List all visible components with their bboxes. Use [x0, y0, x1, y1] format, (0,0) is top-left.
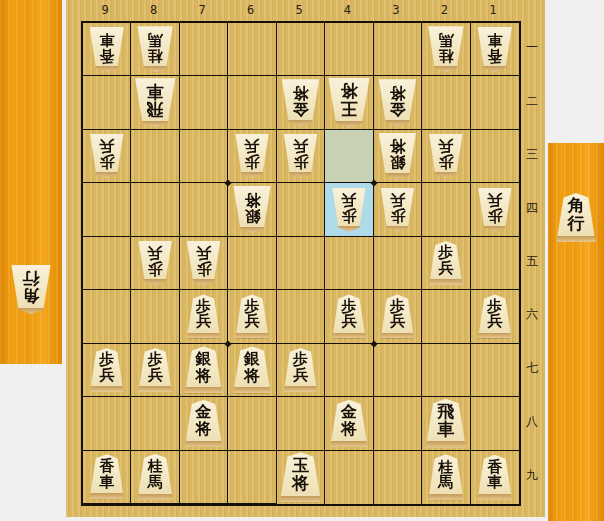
shogi-board: 987654321 香車桂馬桂馬香車飛車金将王将金将歩兵歩兵歩兵銀将歩兵銀将歩兵…	[66, 0, 545, 517]
square-19[interactable]: 香車	[471, 451, 519, 504]
square-81[interactable]: 桂馬	[131, 23, 179, 76]
white-gold-label: 金将	[292, 84, 309, 122]
white-pawn[interactable]: 歩兵	[187, 241, 221, 285]
white-gold-label: 金将	[389, 84, 406, 122]
square-65[interactable]	[228, 237, 276, 290]
square-56[interactable]	[277, 290, 325, 343]
square-95[interactable]	[83, 237, 131, 290]
file-labels: 987654321	[81, 0, 517, 20]
square-52[interactable]: 金将	[277, 76, 325, 129]
file-label-6: 6	[226, 0, 274, 20]
black-gold[interactable]: 金将	[330, 400, 368, 447]
square-68[interactable]	[228, 397, 276, 450]
black-pawn[interactable]: 歩兵	[478, 294, 512, 338]
square-36[interactable]: 歩兵	[374, 290, 422, 343]
black-pawn-label: 歩兵	[341, 299, 357, 334]
file-label-8: 8	[129, 0, 177, 20]
square-94[interactable]	[83, 183, 131, 236]
white-hand-bishop[interactable]: 角行	[11, 265, 51, 314]
rank-label-5: 五	[519, 235, 545, 288]
white-pawn-label: 歩兵	[99, 138, 115, 173]
square-16[interactable]: 歩兵	[471, 290, 519, 343]
white-king-label: 王将	[340, 82, 358, 122]
square-35[interactable]	[374, 237, 422, 290]
square-41[interactable]	[325, 23, 373, 76]
square-37[interactable]	[374, 344, 422, 397]
white-pawn[interactable]: 歩兵	[478, 188, 512, 232]
white-knight-label: 桂馬	[438, 31, 454, 67]
white-lance-label: 香車	[99, 32, 115, 67]
square-66[interactable]: 歩兵	[228, 290, 276, 343]
black-pawn-label: 歩兵	[244, 299, 260, 334]
square-28[interactable]: 飛車	[422, 397, 470, 450]
rank-label-1: 一	[519, 21, 545, 74]
black-pawn[interactable]: 歩兵	[90, 348, 124, 392]
white-pawn[interactable]: 歩兵	[332, 188, 366, 232]
rank-label-7: 七	[519, 342, 545, 395]
white-lance[interactable]: 香車	[477, 27, 512, 72]
square-64[interactable]: 銀将	[228, 183, 276, 236]
black-lance-label: 香車	[99, 459, 115, 494]
black-pawn-label: 歩兵	[487, 299, 503, 334]
square-63[interactable]: 歩兵	[228, 130, 276, 183]
black-pawn[interactable]: 歩兵	[138, 348, 172, 392]
black-hand-bishop-label: 角行	[567, 197, 585, 237]
square-21[interactable]: 桂馬	[422, 23, 470, 76]
black-rook[interactable]: 飛車	[425, 399, 466, 448]
black-silver[interactable]: 銀将	[233, 346, 271, 393]
square-58[interactable]	[277, 397, 325, 450]
square-11[interactable]: 香車	[471, 23, 519, 76]
square-91[interactable]: 香車	[83, 23, 131, 76]
square-51[interactable]	[277, 23, 325, 76]
square-67[interactable]: 銀将	[228, 344, 276, 397]
white-king[interactable]: 王将	[328, 78, 370, 128]
square-12[interactable]	[471, 76, 519, 129]
square-54[interactable]	[277, 183, 325, 236]
black-king-label: 玉将	[292, 457, 310, 497]
white-lance[interactable]: 香車	[89, 27, 124, 72]
white-rook-label: 飛車	[146, 83, 164, 123]
black-hand-bishop[interactable]: 角行	[556, 193, 596, 242]
square-84[interactable]	[131, 183, 179, 236]
rank-label-9: 九	[519, 449, 545, 502]
file-label-9: 9	[81, 0, 129, 20]
square-13[interactable]	[471, 130, 519, 183]
black-gold-label: 金将	[195, 404, 212, 442]
white-pawn-label: 歩兵	[293, 138, 309, 173]
black-pawn-label: 歩兵	[196, 299, 212, 334]
rank-label-3: 三	[519, 128, 545, 181]
black-pawn[interactable]: 歩兵	[283, 348, 317, 392]
black-pawn[interactable]: 歩兵	[332, 294, 366, 338]
white-pawn-label: 歩兵	[147, 245, 163, 280]
square-14[interactable]: 歩兵	[471, 183, 519, 236]
square-71[interactable]	[180, 23, 228, 76]
file-label-3: 3	[372, 0, 420, 20]
white-pawn-label: 歩兵	[196, 245, 212, 280]
black-knight-label: 桂馬	[147, 459, 163, 495]
square-32[interactable]: 金将	[374, 76, 422, 129]
white-pawn[interactable]: 歩兵	[380, 188, 414, 232]
square-47[interactable]	[325, 344, 373, 397]
square-53[interactable]: 歩兵	[277, 130, 325, 183]
white-hand-bishop-label: 角行	[22, 269, 40, 309]
white-knight[interactable]: 桂馬	[428, 26, 464, 72]
white-pawn-label: 歩兵	[341, 192, 357, 227]
white-silver[interactable]: 銀将	[233, 186, 271, 233]
black-pawn-label: 歩兵	[390, 299, 406, 334]
square-22[interactable]	[422, 76, 470, 129]
square-45[interactable]	[325, 237, 373, 290]
black-pawn[interactable]: 歩兵	[380, 294, 414, 338]
white-silver-label: 銀将	[389, 137, 406, 175]
square-87[interactable]: 歩兵	[131, 344, 179, 397]
square-46[interactable]: 歩兵	[325, 290, 373, 343]
square-23[interactable]: 歩兵	[422, 130, 470, 183]
square-92[interactable]	[83, 76, 131, 129]
black-gold[interactable]: 金将	[185, 400, 223, 447]
white-knight[interactable]: 桂馬	[137, 26, 173, 72]
black-pawn[interactable]: 歩兵	[429, 241, 463, 285]
white-silver-label: 銀将	[244, 191, 261, 229]
black-pawn-label: 歩兵	[99, 352, 115, 387]
white-pawn[interactable]: 歩兵	[90, 134, 124, 178]
square-34[interactable]: 歩兵	[374, 183, 422, 236]
square-77[interactable]: 銀将	[180, 344, 228, 397]
square-26[interactable]	[422, 290, 470, 343]
square-83[interactable]	[131, 130, 179, 183]
square-27[interactable]	[422, 344, 470, 397]
white-captured-tray[interactable]: 角行	[0, 0, 62, 364]
square-44[interactable]: 歩兵	[325, 183, 373, 236]
black-silver-label: 銀将	[244, 351, 261, 389]
square-55[interactable]	[277, 237, 325, 290]
white-pawn[interactable]: 歩兵	[138, 241, 172, 285]
square-88[interactable]	[131, 397, 179, 450]
black-king[interactable]: 玉将	[279, 452, 321, 502]
square-59[interactable]: 玉将	[277, 451, 325, 504]
black-lance-label: 香車	[487, 460, 503, 495]
white-pawn[interactable]: 歩兵	[283, 134, 317, 178]
black-knight[interactable]: 桂馬	[428, 454, 464, 500]
rank-label-2: 二	[519, 74, 545, 127]
square-72[interactable]	[180, 76, 228, 129]
black-pawn[interactable]: 歩兵	[235, 294, 269, 338]
file-label-2: 2	[420, 0, 468, 20]
white-pawn-label: 歩兵	[244, 138, 260, 173]
square-62[interactable]	[228, 76, 276, 129]
shogi-app: 角行 987654321 香車桂馬桂馬香車飛車金将王将金将歩兵歩兵歩兵銀将歩兵銀…	[0, 0, 604, 521]
white-rook[interactable]: 飛車	[135, 78, 176, 127]
black-lance[interactable]: 香車	[477, 455, 512, 500]
square-29[interactable]: 桂馬	[422, 451, 470, 504]
square-75[interactable]: 歩兵	[180, 237, 228, 290]
white-pawn[interactable]: 歩兵	[235, 134, 269, 178]
square-85[interactable]: 歩兵	[131, 237, 179, 290]
square-24[interactable]	[422, 183, 470, 236]
square-48[interactable]: 金将	[325, 397, 373, 450]
file-label-4: 4	[323, 0, 371, 20]
square-73[interactable]	[180, 130, 228, 183]
square-79[interactable]	[180, 451, 228, 504]
white-pawn[interactable]: 歩兵	[429, 134, 463, 178]
white-silver[interactable]: 銀将	[378, 133, 416, 180]
square-25[interactable]: 歩兵	[422, 237, 470, 290]
square-74[interactable]	[180, 183, 228, 236]
black-silver[interactable]: 銀将	[185, 346, 223, 393]
square-89[interactable]: 桂馬	[131, 451, 179, 504]
square-98[interactable]	[83, 397, 131, 450]
black-captured-tray[interactable]: 角行	[548, 143, 604, 521]
file-label-5: 5	[275, 0, 323, 20]
square-99[interactable]: 香車	[83, 451, 131, 504]
square-86[interactable]	[131, 290, 179, 343]
black-gold-label: 金将	[341, 404, 358, 442]
square-57[interactable]: 歩兵	[277, 344, 325, 397]
white-pawn-label: 歩兵	[487, 192, 503, 227]
black-pawn-label: 歩兵	[438, 245, 454, 280]
white-gold[interactable]: 金将	[281, 79, 319, 126]
square-76[interactable]: 歩兵	[180, 290, 228, 343]
square-93[interactable]: 歩兵	[83, 130, 131, 183]
black-pawn-label: 歩兵	[293, 352, 309, 387]
rank-label-6: 六	[519, 288, 545, 341]
square-49[interactable]	[325, 451, 373, 504]
square-78[interactable]: 金将	[180, 397, 228, 450]
file-label-1: 1	[469, 0, 517, 20]
square-61[interactable]	[228, 23, 276, 76]
white-pawn-label: 歩兵	[390, 192, 406, 227]
black-lance[interactable]: 香車	[89, 454, 124, 499]
white-gold[interactable]: 金将	[378, 79, 416, 126]
square-17[interactable]	[471, 344, 519, 397]
square-15[interactable]	[471, 237, 519, 290]
black-silver-label: 銀将	[195, 351, 212, 389]
black-rook-label: 飛車	[437, 403, 455, 443]
square-31[interactable]	[374, 23, 422, 76]
square-69[interactable]	[228, 451, 276, 504]
white-pawn-label: 歩兵	[438, 138, 454, 173]
board-grid: 香車桂馬桂馬香車飛車金将王将金将歩兵歩兵歩兵銀将歩兵銀将歩兵歩兵歩兵歩兵歩兵歩兵…	[81, 21, 521, 506]
white-knight-label: 桂馬	[147, 31, 163, 67]
rank-labels: 一二三四五六七八九	[519, 21, 545, 502]
black-knight-label: 桂馬	[438, 460, 454, 496]
black-pawn-label: 歩兵	[147, 352, 163, 387]
white-lance-label: 香車	[487, 32, 503, 67]
square-18[interactable]	[471, 397, 519, 450]
square-38[interactable]	[374, 397, 422, 450]
rank-label-4: 四	[519, 181, 545, 234]
square-82[interactable]: 飛車	[131, 76, 179, 129]
square-97[interactable]: 歩兵	[83, 344, 131, 397]
black-pawn[interactable]: 歩兵	[187, 294, 221, 338]
file-label-7: 7	[178, 0, 226, 20]
square-43[interactable]	[325, 130, 373, 183]
square-96[interactable]	[83, 290, 131, 343]
rank-label-8: 八	[519, 395, 545, 448]
square-33[interactable]: 銀将	[374, 130, 422, 183]
square-42[interactable]: 王将	[325, 76, 373, 129]
black-knight[interactable]: 桂馬	[137, 454, 173, 500]
square-39[interactable]	[374, 451, 422, 504]
